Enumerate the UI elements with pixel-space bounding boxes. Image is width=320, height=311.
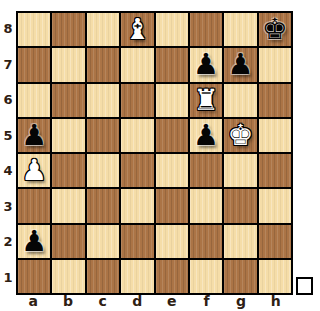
file-label-e: e — [155, 294, 190, 311]
rank-label-2: 2 — [0, 224, 16, 260]
rank-label-8: 8 — [0, 11, 16, 47]
rank-label-1: 1 — [0, 260, 16, 296]
square-a4[interactable]: ♟ — [18, 154, 50, 187]
square-e7[interactable] — [156, 48, 188, 81]
square-g6[interactable] — [224, 84, 256, 117]
square-h4[interactable] — [259, 154, 291, 187]
square-g2[interactable] — [224, 225, 256, 258]
square-g4[interactable] — [224, 154, 256, 187]
rank-label-5: 5 — [0, 118, 16, 154]
square-c8[interactable] — [87, 13, 119, 46]
square-h7[interactable] — [259, 48, 291, 81]
file-label-f: f — [189, 294, 224, 311]
chess-board[interactable]: ♝♚♟♟♜♟♟♚♟♟ — [16, 11, 293, 295]
square-g1[interactable] — [224, 260, 256, 293]
square-f4[interactable] — [190, 154, 222, 187]
square-a1[interactable] — [18, 260, 50, 293]
rank-labels: 87654321 — [0, 11, 16, 295]
square-f1[interactable] — [190, 260, 222, 293]
black-king[interactable]: ♚ — [262, 15, 288, 44]
square-e4[interactable] — [156, 154, 188, 187]
rank-label-7: 7 — [0, 47, 16, 83]
file-label-b: b — [51, 294, 86, 311]
square-b1[interactable] — [52, 260, 84, 293]
square-e1[interactable] — [156, 260, 188, 293]
square-b6[interactable] — [52, 84, 84, 117]
white-rook[interactable]: ♜ — [193, 86, 219, 115]
file-label-c: c — [85, 294, 120, 311]
square-e2[interactable] — [156, 225, 188, 258]
square-e5[interactable] — [156, 119, 188, 152]
square-f2[interactable] — [190, 225, 222, 258]
square-h6[interactable] — [259, 84, 291, 117]
square-f8[interactable] — [190, 13, 222, 46]
square-f6[interactable]: ♜ — [190, 84, 222, 117]
black-pawn[interactable]: ♟ — [21, 227, 47, 256]
square-c6[interactable] — [87, 84, 119, 117]
square-c2[interactable] — [87, 225, 119, 258]
square-d4[interactable] — [121, 154, 153, 187]
square-b2[interactable] — [52, 225, 84, 258]
square-a8[interactable] — [18, 13, 50, 46]
square-d8[interactable]: ♝ — [121, 13, 153, 46]
square-d6[interactable] — [121, 84, 153, 117]
square-e6[interactable] — [156, 84, 188, 117]
square-h2[interactable] — [259, 225, 291, 258]
square-h5[interactable] — [259, 119, 291, 152]
black-pawn[interactable]: ♟ — [193, 50, 219, 79]
square-f5[interactable]: ♟ — [190, 119, 222, 152]
square-h1[interactable] — [259, 260, 291, 293]
square-h3[interactable] — [259, 189, 291, 222]
square-c5[interactable] — [87, 119, 119, 152]
square-b5[interactable] — [52, 119, 84, 152]
rank-label-4: 4 — [0, 153, 16, 189]
white-pawn[interactable]: ♟ — [21, 156, 47, 185]
square-c7[interactable] — [87, 48, 119, 81]
square-f3[interactable] — [190, 189, 222, 222]
black-pawn[interactable]: ♟ — [21, 121, 47, 150]
file-label-a: a — [16, 294, 51, 311]
square-f7[interactable]: ♟ — [190, 48, 222, 81]
square-b8[interactable] — [52, 13, 84, 46]
square-b7[interactable] — [52, 48, 84, 81]
square-g7[interactable]: ♟ — [224, 48, 256, 81]
black-pawn[interactable]: ♟ — [227, 50, 253, 79]
square-c4[interactable] — [87, 154, 119, 187]
square-a6[interactable] — [18, 84, 50, 117]
rank-label-3: 3 — [0, 189, 16, 225]
file-label-d: d — [120, 294, 155, 311]
black-pawn[interactable]: ♟ — [193, 121, 219, 150]
square-d7[interactable] — [121, 48, 153, 81]
square-c1[interactable] — [87, 260, 119, 293]
square-a2[interactable]: ♟ — [18, 225, 50, 258]
file-label-g: g — [224, 294, 259, 311]
square-d1[interactable] — [121, 260, 153, 293]
side-to-move-indicator — [296, 277, 313, 295]
square-b4[interactable] — [52, 154, 84, 187]
square-g5[interactable]: ♚ — [224, 119, 256, 152]
square-d5[interactable] — [121, 119, 153, 152]
white-king[interactable]: ♚ — [227, 121, 253, 150]
white-bishop[interactable]: ♝ — [124, 15, 150, 44]
square-g3[interactable] — [224, 189, 256, 222]
square-b3[interactable] — [52, 189, 84, 222]
file-label-h: h — [258, 294, 293, 311]
square-c3[interactable] — [87, 189, 119, 222]
square-d2[interactable] — [121, 225, 153, 258]
square-e8[interactable] — [156, 13, 188, 46]
square-h8[interactable]: ♚ — [259, 13, 291, 46]
square-e3[interactable] — [156, 189, 188, 222]
square-a3[interactable] — [18, 189, 50, 222]
square-a5[interactable]: ♟ — [18, 119, 50, 152]
square-d3[interactable] — [121, 189, 153, 222]
rank-label-6: 6 — [0, 82, 16, 118]
square-g8[interactable] — [224, 13, 256, 46]
file-labels: abcdefgh — [16, 294, 293, 311]
square-a7[interactable] — [18, 48, 50, 81]
